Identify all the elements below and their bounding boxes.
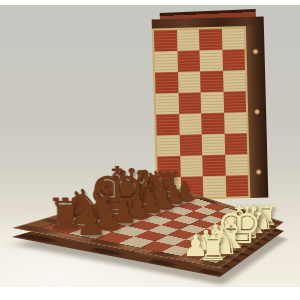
black-pawn-piece: ♟ — [76, 206, 107, 240]
white-rook-piece: ♜ — [197, 231, 228, 266]
pieces-layer: ♜♞♝♛♚♝♞♜♟♟♟♟♟♟♟♟♟♟♟♟♟♟♟♟♜♞♝♛♚♝♞♜ — [0, 0, 300, 300]
chess-set-photo: ♜♞♝♛♚♝♞♜♟♟♟♟♟♟♟♟♟♟♟♟♟♟♟♟♜♞♝♛♚♝♞♜ — [0, 0, 300, 300]
